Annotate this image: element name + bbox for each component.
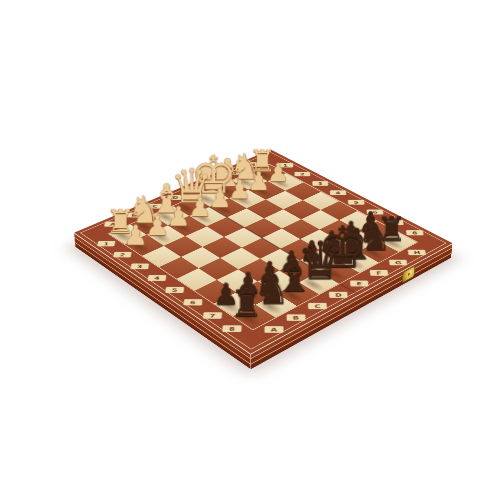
square-c3 (185, 226, 223, 246)
product-photo: ♜♟♟♜♞♟♟♞♝♟♟♝♚♟♟♚♛♟♟♛♝♟♟♝♞♟♟♞♜♟♟♜ 1234567… (0, 0, 500, 500)
piece-shadow (318, 243, 350, 260)
square-d4 (224, 227, 262, 247)
board-scene: ♜♟♟♜♞♟♟♞♝♟♟♝♚♟♟♚♛♟♟♛♝♟♟♝♞♟♟♞♜♟♟♜ 1234567… (128, 104, 396, 372)
square-c2: ♟ (168, 216, 206, 236)
square-a2: ♟ (125, 235, 164, 256)
square-a4 (159, 257, 199, 279)
board-surface: ♜♟♟♜♞♟♟♞♝♟♟♝♚♟♟♚♛♟♟♛♝♟♟♝♞♟♟♞♜♟♟♜ 1234567… (74, 150, 453, 354)
square-b3 (164, 236, 203, 257)
piece-shadow (356, 224, 387, 241)
chess-board: ♜♟♟♜♞♟♟♞♝♟♟♝♚♟♟♚♛♟♟♛♝♟♟♝♞♟♟♞♜♟♟♜ 1234567… (74, 150, 453, 354)
